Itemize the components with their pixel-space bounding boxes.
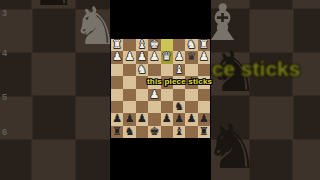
square xyxy=(136,126,148,138)
white-rook-piece: ♜ xyxy=(199,39,209,51)
white-bishop-piece: ♝ xyxy=(174,64,184,76)
square xyxy=(111,76,123,88)
square: ♟ xyxy=(123,51,135,63)
black-bishop-piece: ♝ xyxy=(174,126,184,138)
square: ♟ xyxy=(185,113,197,125)
black-knight-piece: ♞ xyxy=(174,101,184,113)
square xyxy=(173,39,185,51)
square xyxy=(161,89,173,101)
video-area[interactable]: ♜♝♚♞♜♟♟♟♟♛♟♛♟♞♝♝♟♞♟♟♟♟♟♟♟♜♞♚♝♜ xyxy=(110,0,211,180)
white-pawn-piece: ♟ xyxy=(174,51,184,63)
square: ♟ xyxy=(198,113,210,125)
square xyxy=(161,64,173,76)
black-knight-piece: ♞ xyxy=(125,126,135,138)
square xyxy=(123,89,135,101)
white-pawn-piece: ♟ xyxy=(149,51,159,63)
square: ♜ xyxy=(111,126,123,138)
black-rook-piece: ♜ xyxy=(199,126,209,138)
square xyxy=(111,89,123,101)
white-pawn-piece: ♟ xyxy=(137,51,147,63)
white-king-piece: ♚ xyxy=(149,39,159,51)
square: ♞ xyxy=(185,39,197,51)
square xyxy=(185,101,197,113)
square: ♜ xyxy=(198,39,210,51)
square xyxy=(185,126,197,138)
white-bishop-piece: ♝ xyxy=(137,39,147,51)
square xyxy=(123,39,135,51)
white-knight-piece: ♞ xyxy=(137,64,147,76)
black-pawn-piece: ♟ xyxy=(199,113,209,125)
square: ♝ xyxy=(173,64,185,76)
black-king-piece: ♚ xyxy=(149,126,159,138)
square xyxy=(111,101,123,113)
square xyxy=(123,76,135,88)
square xyxy=(148,64,160,76)
white-queen-piece: ♛ xyxy=(162,51,172,63)
black-pawn-piece: ♟ xyxy=(125,113,135,125)
square xyxy=(136,89,148,101)
square: ♞ xyxy=(136,64,148,76)
square: ♝ xyxy=(136,39,148,51)
square: ♚ xyxy=(148,39,160,51)
square: ♟ xyxy=(161,113,173,125)
square xyxy=(123,64,135,76)
square: ♟ xyxy=(148,89,160,101)
square: ♚ xyxy=(148,126,160,138)
square xyxy=(198,101,210,113)
square xyxy=(185,64,197,76)
square: ♟ xyxy=(198,51,210,63)
chess-board: ♜♝♚♞♜♟♟♟♟♛♟♛♟♞♝♝♟♞♟♟♟♟♟♟♟♜♞♚♝♜ xyxy=(111,39,210,138)
square xyxy=(198,64,210,76)
square xyxy=(136,101,148,113)
square: ♞ xyxy=(123,126,135,138)
white-rook-piece: ♜ xyxy=(112,39,122,51)
white-knight-piece: ♞ xyxy=(187,39,197,51)
square xyxy=(198,89,210,101)
square xyxy=(111,64,123,76)
square: ♟ xyxy=(111,51,123,63)
square xyxy=(148,101,160,113)
square: ♜ xyxy=(111,39,123,51)
caption: this piece sticks xyxy=(147,77,212,86)
square xyxy=(161,126,173,138)
square xyxy=(161,39,173,51)
black-pawn-piece: ♟ xyxy=(187,113,197,125)
black-pawn-piece: ♟ xyxy=(137,113,147,125)
square: ♜ xyxy=(198,126,210,138)
square xyxy=(148,113,160,125)
black-pawn-piece: ♟ xyxy=(162,113,172,125)
black-pawn-piece: ♟ xyxy=(112,113,122,125)
square xyxy=(173,89,185,101)
black-pawn-piece: ♟ xyxy=(174,113,184,125)
white-pawn-piece: ♟ xyxy=(125,51,135,63)
square: ♟ xyxy=(173,51,185,63)
white-pawn-piece: ♟ xyxy=(112,51,122,63)
square: ♟ xyxy=(136,113,148,125)
square: ♛ xyxy=(185,51,197,63)
square: ♟ xyxy=(148,51,160,63)
white-pawn-piece: ♟ xyxy=(149,89,159,101)
square xyxy=(161,101,173,113)
square: ♟ xyxy=(173,113,185,125)
square: ♟ xyxy=(136,51,148,63)
square: ♟ xyxy=(123,113,135,125)
black-queen-piece: ♛ xyxy=(187,51,197,63)
square: ♝ xyxy=(173,126,185,138)
square: ♛ xyxy=(161,51,173,63)
black-rook-piece: ♜ xyxy=(112,126,122,138)
square xyxy=(185,89,197,101)
square xyxy=(123,101,135,113)
video-frame: ♞♝♞♞♞ ece sticks 3456 ♜♝♚♞♜♟♟♟♟♛♟♛♟♞♝♝♟♞… xyxy=(0,0,320,180)
square: ♞ xyxy=(173,101,185,113)
white-pawn-piece: ♟ xyxy=(199,51,209,63)
square: ♟ xyxy=(111,113,123,125)
